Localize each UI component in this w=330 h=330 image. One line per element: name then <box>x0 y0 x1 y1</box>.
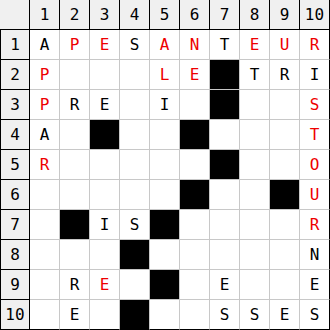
grid-cell-r1c9[interactable]: U <box>270 30 300 60</box>
grid-cell-r10c7[interactable]: S <box>210 300 240 330</box>
grid-cell-r1c1[interactable]: A <box>30 30 60 60</box>
grid-cell-r9c3[interactable]: E <box>90 270 120 300</box>
grid-cell-r2c3[interactable] <box>90 60 120 90</box>
grid-cell-r8c9[interactable] <box>270 240 300 270</box>
column-header-2: 2 <box>60 0 90 30</box>
grid-cell-r9c1[interactable] <box>30 270 60 300</box>
grid-cell-r9c8[interactable] <box>240 270 270 300</box>
grid-cell-r5c8[interactable] <box>240 150 270 180</box>
grid-cell-r7c6[interactable] <box>180 210 210 240</box>
grid-cell-r2c10[interactable]: I <box>300 60 330 90</box>
black-cell-r3c7 <box>210 90 240 120</box>
grid-cell-r3c1[interactable]: P <box>30 90 60 120</box>
grid-cell-r8c8[interactable] <box>240 240 270 270</box>
grid-cell-r9c2[interactable]: R <box>60 270 90 300</box>
grid-cell-r6c7[interactable] <box>210 180 240 210</box>
grid-cell-r6c8[interactable] <box>240 180 270 210</box>
black-cell-r5c7 <box>210 150 240 180</box>
column-header-6: 6 <box>180 0 210 30</box>
row-header-10: 10 <box>0 300 30 330</box>
column-header-3: 3 <box>90 0 120 30</box>
grid-cell-r1c4[interactable]: S <box>120 30 150 60</box>
black-cell-r9c5 <box>150 270 180 300</box>
grid-cell-r10c2[interactable]: E <box>60 300 90 330</box>
grid-cell-r5c10[interactable]: O <box>300 150 330 180</box>
grid-cell-r10c8[interactable]: S <box>240 300 270 330</box>
grid-cell-r9c6[interactable] <box>180 270 210 300</box>
grid-cell-r2c6[interactable]: E <box>180 60 210 90</box>
grid-cell-r4c4[interactable] <box>120 120 150 150</box>
grid-cell-r6c1[interactable] <box>30 180 60 210</box>
grid-cell-r4c8[interactable] <box>240 120 270 150</box>
grid-cell-r10c1[interactable] <box>30 300 60 330</box>
grid-cell-r1c5[interactable]: A <box>150 30 180 60</box>
grid-cell-r9c10[interactable]: E <box>300 270 330 300</box>
grid-cell-r9c9[interactable] <box>270 270 300 300</box>
grid-cell-r7c3[interactable]: I <box>90 210 120 240</box>
grid-cell-r10c10[interactable]: S <box>300 300 330 330</box>
row-header-7: 7 <box>0 210 30 240</box>
grid-cell-r1c3[interactable]: E <box>90 30 120 60</box>
grid-cell-r5c9[interactable] <box>270 150 300 180</box>
grid-cell-r5c6[interactable] <box>180 150 210 180</box>
grid-cell-r7c1[interactable] <box>30 210 60 240</box>
grid-cell-r10c5[interactable] <box>150 300 180 330</box>
grid-cell-r1c7[interactable]: T <box>210 30 240 60</box>
grid-cell-r3c10[interactable]: S <box>300 90 330 120</box>
grid-cell-r5c2[interactable] <box>60 150 90 180</box>
corner-cell <box>0 0 30 30</box>
grid-cell-r8c2[interactable] <box>60 240 90 270</box>
grid-cell-r3c3[interactable]: E <box>90 90 120 120</box>
grid-cell-r2c2[interactable] <box>60 60 90 90</box>
grid-cell-r10c6[interactable] <box>180 300 210 330</box>
black-cell-r6c6 <box>180 180 210 210</box>
grid-cell-r6c10[interactable]: U <box>300 180 330 210</box>
grid-cell-r3c2[interactable]: R <box>60 90 90 120</box>
grid-cell-r3c5[interactable]: I <box>150 90 180 120</box>
grid-cell-r3c4[interactable] <box>120 90 150 120</box>
grid-cell-r10c3[interactable] <box>90 300 120 330</box>
grid-cell-r2c1[interactable]: P <box>30 60 60 90</box>
grid-cell-r2c9[interactable]: R <box>270 60 300 90</box>
row-header-1: 1 <box>0 30 30 60</box>
grid-cell-r7c8[interactable] <box>240 210 270 240</box>
black-cell-r4c6 <box>180 120 210 150</box>
row-header-9: 9 <box>0 270 30 300</box>
grid-cell-r8c3[interactable] <box>90 240 120 270</box>
grid-cell-r4c9[interactable] <box>270 120 300 150</box>
column-header-1: 1 <box>30 0 60 30</box>
grid-cell-r2c4[interactable] <box>120 60 150 90</box>
grid-cell-r8c7[interactable] <box>210 240 240 270</box>
grid-cell-r1c10[interactable]: R <box>300 30 330 60</box>
black-cell-r4c3 <box>90 120 120 150</box>
grid-cell-r3c6[interactable] <box>180 90 210 120</box>
grid-cell-r4c2[interactable] <box>60 120 90 150</box>
grid-cell-r1c2[interactable]: P <box>60 30 90 60</box>
grid-cell-r1c6[interactable]: N <box>180 30 210 60</box>
grid-cell-r10c9[interactable]: E <box>270 300 300 330</box>
black-cell-r6c9 <box>270 180 300 210</box>
black-cell-r8c4 <box>120 240 150 270</box>
grid-cell-r2c5[interactable]: L <box>150 60 180 90</box>
grid-cell-r5c5[interactable] <box>150 150 180 180</box>
row-header-6: 6 <box>0 180 30 210</box>
grid-cell-r6c2[interactable] <box>60 180 90 210</box>
row-header-8: 8 <box>0 240 30 270</box>
grid-cell-r6c4[interactable] <box>120 180 150 210</box>
black-cell-r2c7 <box>210 60 240 90</box>
column-header-8: 8 <box>240 0 270 30</box>
grid-cell-r4c7[interactable] <box>210 120 240 150</box>
grid-cell-r3c9[interactable] <box>270 90 300 120</box>
grid-cell-r9c7[interactable]: E <box>210 270 240 300</box>
black-cell-r7c5 <box>150 210 180 240</box>
grid-cell-r2c8[interactable]: T <box>240 60 270 90</box>
grid-cell-r5c3[interactable] <box>90 150 120 180</box>
grid-cell-r1c8[interactable]: E <box>240 30 270 60</box>
grid-cell-r4c1[interactable]: A <box>30 120 60 150</box>
grid-cell-r8c5[interactable] <box>150 240 180 270</box>
row-header-4: 4 <box>0 120 30 150</box>
grid-cell-r4c10[interactable]: T <box>300 120 330 150</box>
column-header-10: 10 <box>300 0 330 30</box>
column-header-5: 5 <box>150 0 180 30</box>
grid-cell-r7c4[interactable]: S <box>120 210 150 240</box>
grid-cell-r7c7[interactable] <box>210 210 240 240</box>
grid-cell-r6c3[interactable] <box>90 180 120 210</box>
column-header-4: 4 <box>120 0 150 30</box>
grid-cell-r6c5[interactable] <box>150 180 180 210</box>
grid-cell-r4c5[interactable] <box>150 120 180 150</box>
grid-cell-r8c6[interactable] <box>180 240 210 270</box>
black-cell-r10c4 <box>120 300 150 330</box>
grid-cell-r7c9[interactable] <box>270 210 300 240</box>
column-header-7: 7 <box>210 0 240 30</box>
row-header-5: 5 <box>0 150 30 180</box>
crossword-board: 123456789101APESANTEUR2PLETRI3PREIS4AT5R… <box>0 0 330 330</box>
row-header-2: 2 <box>0 60 30 90</box>
grid-cell-r8c10[interactable]: N <box>300 240 330 270</box>
grid-cell-r3c8[interactable] <box>240 90 270 120</box>
row-header-3: 3 <box>0 90 30 120</box>
grid-cell-r5c4[interactable] <box>120 150 150 180</box>
black-cell-r7c2 <box>60 210 90 240</box>
grid-cell-r5c1[interactable]: R <box>30 150 60 180</box>
column-header-9: 9 <box>270 0 300 30</box>
grid-cell-r9c4[interactable] <box>120 270 150 300</box>
grid-cell-r8c1[interactable] <box>30 240 60 270</box>
grid-cell-r7c10[interactable]: R <box>300 210 330 240</box>
